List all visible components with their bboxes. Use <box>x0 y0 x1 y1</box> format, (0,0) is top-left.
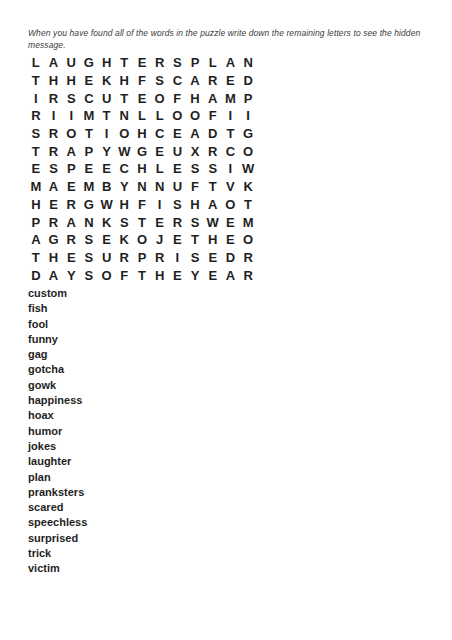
grid-cell-r10c12: E <box>222 213 240 231</box>
grid-cell-r7c1: E <box>27 160 45 178</box>
grid-cell-r10c5: K <box>98 213 116 231</box>
word-list-item: victim <box>28 561 87 576</box>
grid-cell-r11c4: S <box>80 231 98 249</box>
grid-cell-r2c6: H <box>115 72 133 90</box>
word-list-item: fool <box>28 317 87 332</box>
grid-cell-r9c5: W <box>98 196 116 214</box>
grid-cell-r12c7: P <box>133 249 151 267</box>
grid-cell-r11c2: G <box>45 231 63 249</box>
grid-cell-r11c10: T <box>186 231 204 249</box>
grid-cell-r3c2: R <box>45 89 63 107</box>
grid-cell-r13c13: R <box>239 266 257 284</box>
grid-cell-r9c8: I <box>151 196 169 214</box>
grid-cell-r3c7: E <box>133 89 151 107</box>
grid-cell-r2c13: D <box>239 72 257 90</box>
grid-cell-r5c5: I <box>98 125 116 143</box>
word-list-item: humor <box>28 424 87 439</box>
grid-cell-r8c13: K <box>239 178 257 196</box>
grid-cell-r13c9: E <box>169 266 187 284</box>
grid-cell-r1c2: A <box>45 54 63 72</box>
grid-cell-r10c7: T <box>133 213 151 231</box>
grid-cell-r8c9: U <box>169 178 187 196</box>
grid-cell-r3c11: A <box>204 89 222 107</box>
grid-cell-r6c12: C <box>222 142 240 160</box>
grid-cell-r6c8: E <box>151 142 169 160</box>
grid-cell-r7c12: I <box>222 160 240 178</box>
grid-cell-r3c5: U <box>98 89 116 107</box>
grid-cell-r4c9: O <box>169 107 187 125</box>
grid-cell-r12c2: H <box>45 249 63 267</box>
grid-cell-r9c6: H <box>115 196 133 214</box>
grid-cell-r3c4: C <box>80 89 98 107</box>
grid-cell-r4c8: L <box>151 107 169 125</box>
grid-cell-r1c12: A <box>222 54 240 72</box>
grid-cell-r6c13: O <box>239 142 257 160</box>
grid-cell-r7c11: S <box>204 160 222 178</box>
grid-cell-r2c4: E <box>80 72 98 90</box>
grid-cell-r6c11: R <box>204 142 222 160</box>
grid-cell-r3c3: S <box>62 89 80 107</box>
word-list: customfishfoolfunnygaggotchagowkhappines… <box>28 286 87 577</box>
grid-cell-r13c1: D <box>27 266 45 284</box>
grid-cell-r9c10: H <box>186 196 204 214</box>
grid-cell-r6c6: W <box>115 142 133 160</box>
grid-cell-r12c11: E <box>204 249 222 267</box>
grid-cell-r2c5: K <box>98 72 116 90</box>
grid-cell-r10c1: P <box>27 213 45 231</box>
grid-cell-r6c7: G <box>133 142 151 160</box>
grid-cell-r13c4: S <box>80 266 98 284</box>
grid-cell-r1c9: S <box>169 54 187 72</box>
grid-cell-r13c7: T <box>133 266 151 284</box>
word-list-item: happiness <box>28 393 87 408</box>
grid-cell-r13c5: O <box>98 266 116 284</box>
grid-cell-r13c12: A <box>222 266 240 284</box>
grid-cell-r9c4: G <box>80 196 98 214</box>
grid-cell-r7c4: E <box>80 160 98 178</box>
grid-cell-r12c10: S <box>186 249 204 267</box>
grid-cell-r7c8: L <box>151 160 169 178</box>
grid-cell-r9c11: A <box>204 196 222 214</box>
grid-cell-r3c13: P <box>239 89 257 107</box>
grid-cell-r7c9: E <box>169 160 187 178</box>
grid-cell-r10c10: S <box>186 213 204 231</box>
grid-cell-r8c2: A <box>45 178 63 196</box>
grid-cell-r13c2: A <box>45 266 63 284</box>
grid-cell-r11c8: J <box>151 231 169 249</box>
word-list-item: gotcha <box>28 362 87 377</box>
grid-cell-r2c2: H <box>45 72 63 90</box>
grid-cell-r8c12: V <box>222 178 240 196</box>
grid-cell-r3c9: F <box>169 89 187 107</box>
grid-cell-r2c11: R <box>204 72 222 90</box>
grid-cell-r10c2: R <box>45 213 63 231</box>
grid-cell-r4c7: L <box>133 107 151 125</box>
grid-cell-r1c5: H <box>98 54 116 72</box>
grid-cell-r11c3: R <box>62 231 80 249</box>
grid-cell-r6c3: A <box>62 142 80 160</box>
grid-cell-r12c5: U <box>98 249 116 267</box>
grid-cell-r5c2: R <box>45 125 63 143</box>
grid-cell-r1c10: P <box>186 54 204 72</box>
grid-cell-r5c3: O <box>62 125 80 143</box>
grid-cell-r12c13: R <box>239 249 257 267</box>
grid-cell-r8c3: E <box>62 178 80 196</box>
grid-cell-r1c1: L <box>27 54 45 72</box>
grid-cell-r2c7: F <box>133 72 151 90</box>
word-list-item: trick <box>28 546 87 561</box>
grid-cell-r2c12: E <box>222 72 240 90</box>
grid-cell-r11c5: E <box>98 231 116 249</box>
grid-cell-r8c6: Y <box>115 178 133 196</box>
grid-cell-r1c13: N <box>239 54 257 72</box>
grid-cell-r9c12: O <box>222 196 240 214</box>
word-list-item: custom <box>28 286 87 301</box>
word-list-item: jokes <box>28 439 87 454</box>
grid-cell-r4c1: R <box>27 107 45 125</box>
grid-cell-r1c3: U <box>62 54 80 72</box>
grid-cell-r8c5: B <box>98 178 116 196</box>
grid-cell-r6c9: U <box>169 142 187 160</box>
grid-cell-r3c6: T <box>115 89 133 107</box>
grid-cell-r5c11: D <box>204 125 222 143</box>
grid-cell-r2c10: A <box>186 72 204 90</box>
word-search-grid: LAUGHTERSPLANTHHEKHFSCAREDIRSCUTEOFHAMPR… <box>27 54 257 284</box>
grid-cell-r1c8: R <box>151 54 169 72</box>
grid-cell-r10c9: R <box>169 213 187 231</box>
grid-cell-r4c10: O <box>186 107 204 125</box>
grid-cell-r12c9: I <box>169 249 187 267</box>
grid-cell-r5c8: C <box>151 125 169 143</box>
grid-cell-r7c3: P <box>62 160 80 178</box>
grid-cell-r11c1: A <box>27 231 45 249</box>
word-list-item: fish <box>28 301 87 316</box>
grid-cell-r12c1: T <box>27 249 45 267</box>
grid-cell-r3c10: H <box>186 89 204 107</box>
grid-cell-r13c10: Y <box>186 266 204 284</box>
grid-cell-r2c9: C <box>169 72 187 90</box>
grid-cell-r2c3: H <box>62 72 80 90</box>
grid-cell-r11c9: E <box>169 231 187 249</box>
grid-cell-r3c12: M <box>222 89 240 107</box>
grid-cell-r13c8: H <box>151 266 169 284</box>
grid-cell-r3c1: I <box>27 89 45 107</box>
word-list-item: surprised <box>28 531 87 546</box>
word-list-item: laughter <box>28 454 87 469</box>
grid-cell-r6c10: X <box>186 142 204 160</box>
grid-cell-r4c2: I <box>45 107 63 125</box>
grid-cell-r10c4: N <box>80 213 98 231</box>
grid-cell-r7c13: W <box>239 160 257 178</box>
grid-cell-r2c8: S <box>151 72 169 90</box>
grid-cell-r9c3: R <box>62 196 80 214</box>
grid-cell-r13c11: E <box>204 266 222 284</box>
grid-cell-r8c11: T <box>204 178 222 196</box>
grid-cell-r7c10: S <box>186 160 204 178</box>
grid-cell-r9c9: S <box>169 196 187 214</box>
grid-cell-r2c1: T <box>27 72 45 90</box>
grid-cell-r9c13: T <box>239 196 257 214</box>
word-list-item: plan <box>28 470 87 485</box>
grid-cell-r1c11: L <box>204 54 222 72</box>
grid-cell-r9c2: E <box>45 196 63 214</box>
grid-cell-r1c7: E <box>133 54 151 72</box>
grid-cell-r12c4: S <box>80 249 98 267</box>
grid-cell-r3c8: O <box>151 89 169 107</box>
grid-cell-r11c7: O <box>133 231 151 249</box>
grid-cell-r12c8: R <box>151 249 169 267</box>
word-list-item: pranksters <box>28 485 87 500</box>
grid-cell-r10c8: E <box>151 213 169 231</box>
grid-cell-r10c6: S <box>115 213 133 231</box>
grid-cell-r6c4: P <box>80 142 98 160</box>
grid-cell-r8c7: N <box>133 178 151 196</box>
word-list-item: funny <box>28 332 87 347</box>
word-list-item: speechless <box>28 515 87 530</box>
grid-cell-r6c5: Y <box>98 142 116 160</box>
grid-cell-r9c7: F <box>133 196 151 214</box>
word-list-item: gag <box>28 347 87 362</box>
grid-cell-r8c10: F <box>186 178 204 196</box>
grid-cell-r5c9: E <box>169 125 187 143</box>
grid-cell-r4c3: I <box>62 107 80 125</box>
grid-cell-r4c4: M <box>80 107 98 125</box>
instruction-text: When you have found all of the words in … <box>28 27 428 51</box>
grid-cell-r4c13: I <box>239 107 257 125</box>
grid-cell-r5c12: T <box>222 125 240 143</box>
grid-cell-r5c13: G <box>239 125 257 143</box>
grid-cell-r6c1: T <box>27 142 45 160</box>
grid-cell-r11c6: K <box>115 231 133 249</box>
grid-cell-r7c7: H <box>133 160 151 178</box>
grid-cell-r12c3: E <box>62 249 80 267</box>
grid-cell-r7c2: S <box>45 160 63 178</box>
grid-cell-r7c5: E <box>98 160 116 178</box>
grid-cell-r11c13: O <box>239 231 257 249</box>
grid-cell-r11c12: E <box>222 231 240 249</box>
grid-cell-r5c1: S <box>27 125 45 143</box>
grid-cell-r4c12: I <box>222 107 240 125</box>
grid-cell-r12c12: D <box>222 249 240 267</box>
grid-cell-r11c11: H <box>204 231 222 249</box>
grid-cell-r8c4: M <box>80 178 98 196</box>
grid-cell-r6c2: R <box>45 142 63 160</box>
word-list-item: scared <box>28 500 87 515</box>
grid-cell-r5c10: A <box>186 125 204 143</box>
grid-cell-r4c6: N <box>115 107 133 125</box>
grid-cell-r5c6: O <box>115 125 133 143</box>
grid-cell-r9c1: H <box>27 196 45 214</box>
grid-cell-r10c11: W <box>204 213 222 231</box>
grid-cell-r5c7: H <box>133 125 151 143</box>
grid-cell-r1c4: G <box>80 54 98 72</box>
word-list-item: hoax <box>28 408 87 423</box>
grid-cell-r13c3: Y <box>62 266 80 284</box>
word-list-item: gowk <box>28 378 87 393</box>
grid-cell-r4c5: T <box>98 107 116 125</box>
grid-cell-r4c11: F <box>204 107 222 125</box>
grid-cell-r10c13: M <box>239 213 257 231</box>
grid-cell-r10c3: A <box>62 213 80 231</box>
grid-cell-r1c6: T <box>115 54 133 72</box>
grid-cell-r8c8: N <box>151 178 169 196</box>
grid-cell-r13c6: F <box>115 266 133 284</box>
grid-cell-r7c6: C <box>115 160 133 178</box>
grid-cell-r5c4: T <box>80 125 98 143</box>
grid-cell-r12c6: R <box>115 249 133 267</box>
grid-cell-r8c1: M <box>27 178 45 196</box>
